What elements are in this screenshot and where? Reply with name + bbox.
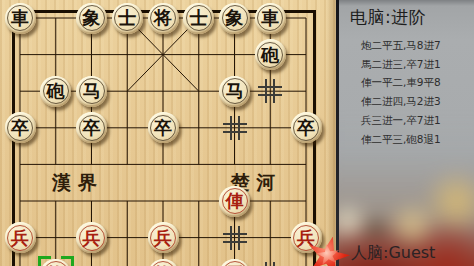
move-row: 炮二平五,马8进7 <box>361 36 441 55</box>
piece-glyph: 将 <box>154 9 172 27</box>
piece-black-soldier[interactable]: 卒 <box>291 112 322 143</box>
piece-red-soldier[interactable]: 兵 <box>76 222 107 253</box>
piece-glyph: 卒 <box>11 119 29 137</box>
move-row: 俥二平三,砲8退1 <box>361 130 441 149</box>
piece-red-soldier[interactable]: 兵 <box>148 222 179 253</box>
piece-black-cannon[interactable]: 砲 <box>255 39 286 70</box>
last-move-marker <box>223 116 247 140</box>
last-move-marker <box>223 226 247 250</box>
piece-black-soldier[interactable]: 卒 <box>5 112 36 143</box>
piece-black-cannon[interactable]: 砲 <box>40 76 71 107</box>
xiangqi-board[interactable]: 漢界 楚河 車象士将士象車砲砲马马卒卒卒卒俥兵兵兵兵炮炮馬 <box>0 0 338 266</box>
piece-glyph: 卒 <box>154 119 172 137</box>
piece-glyph: 兵 <box>83 229 101 247</box>
piece-red-chariot[interactable]: 俥 <box>219 186 250 217</box>
selection-highlight <box>38 256 74 266</box>
piece-black-elephant[interactable]: 象 <box>219 3 250 34</box>
piece-red-soldier[interactable]: 兵 <box>5 222 36 253</box>
piece-black-horse[interactable]: 马 <box>76 76 107 107</box>
piece-glyph: 砲 <box>261 46 279 64</box>
piece-glyph: 砲 <box>47 82 65 100</box>
piece-black-elephant[interactable]: 象 <box>76 3 107 34</box>
piece-glyph: 马 <box>226 82 244 100</box>
piece-glyph: 卒 <box>297 119 315 137</box>
piece-glyph: 俥 <box>226 192 244 210</box>
piece-glyph: 卒 <box>83 119 101 137</box>
computer-player-label: 电脑:进阶 <box>350 6 426 29</box>
piece-glyph: 士 <box>118 9 136 27</box>
piece-black-advisor[interactable]: 士 <box>112 3 143 34</box>
piece-black-soldier[interactable]: 卒 <box>148 112 179 143</box>
piece-glyph: 兵 <box>11 229 29 247</box>
side-panel: 电脑:进阶 炮二平五,马8进7馬二进三,卒7进1俥一平二,車9平8俥二进四,马2… <box>339 0 474 266</box>
piece-glyph: 象 <box>83 9 101 27</box>
move-row: 俥二进四,马2进3 <box>361 92 441 111</box>
piece-glyph: 士 <box>190 9 208 27</box>
piece-glyph: 象 <box>226 9 244 27</box>
last-move-marker <box>258 262 282 266</box>
piece-black-chariot[interactable]: 車 <box>5 3 36 34</box>
move-row: 馬二进三,卒7进1 <box>361 55 441 74</box>
move-row: 俥一平二,車9平8 <box>361 73 441 92</box>
piece-red-soldier[interactable]: 兵 <box>291 222 322 253</box>
piece-black-advisor[interactable]: 士 <box>183 3 214 34</box>
piece-glyph: 兵 <box>297 229 315 247</box>
piece-black-general[interactable]: 将 <box>148 3 179 34</box>
xiangqi-app-window: 漢界 楚河 車象士将士象車砲砲马马卒卒卒卒俥兵兵兵兵炮炮馬 电脑:进阶 炮二平五… <box>0 0 474 266</box>
last-move-marker <box>258 79 282 103</box>
move-row: 兵三进一,卒7进1 <box>361 111 441 130</box>
river-label-hanjie: 漢界 <box>52 170 104 196</box>
piece-glyph: 車 <box>261 9 279 27</box>
piece-glyph: 兵 <box>154 229 172 247</box>
piece-black-chariot[interactable]: 車 <box>255 3 286 34</box>
move-list: 炮二平五,马8进7馬二进三,卒7进1俥一平二,車9平8俥二进四,马2进3兵三进一… <box>361 36 441 148</box>
piece-black-horse[interactable]: 马 <box>219 76 250 107</box>
piece-glyph: 马 <box>83 82 101 100</box>
piece-glyph: 車 <box>11 9 29 27</box>
human-player-label: 人脑:Guest <box>351 243 435 264</box>
